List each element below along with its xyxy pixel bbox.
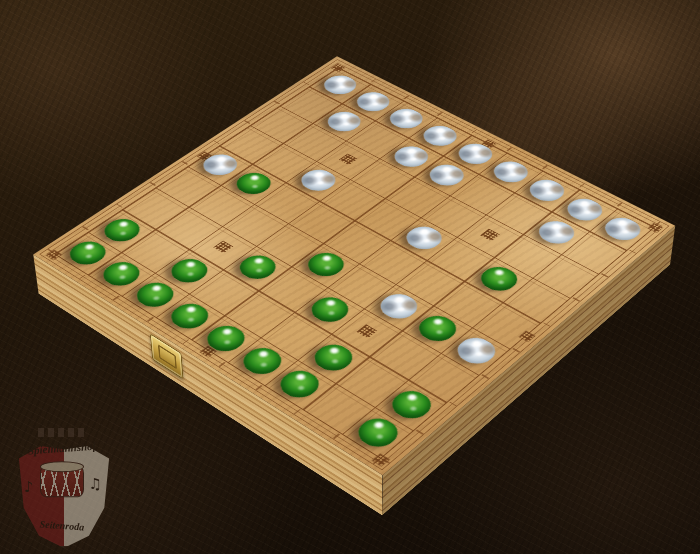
stone-clear[interactable] <box>383 105 429 132</box>
stone-clear[interactable] <box>373 289 424 323</box>
music-note-icon: ♫ <box>89 475 102 493</box>
stone-clear[interactable] <box>487 157 534 186</box>
stone-clear[interactable] <box>523 176 571 206</box>
stone-clear[interactable] <box>560 194 608 225</box>
stone-green[interactable] <box>232 251 282 284</box>
music-note-icon: ♪ <box>24 478 34 496</box>
stone-clear[interactable] <box>350 88 395 115</box>
engraved-motif <box>357 324 378 338</box>
stone-green[interactable] <box>473 262 523 295</box>
stone-green[interactable] <box>230 168 278 198</box>
stone-clear[interactable] <box>318 72 363 98</box>
stone-clear[interactable] <box>388 142 435 171</box>
stone-green[interactable] <box>307 339 360 375</box>
stone-clear[interactable] <box>423 160 470 189</box>
photo-scene: Spielmannshof ♪ ♫ Seitenroda <box>0 0 700 554</box>
stone-green[interactable] <box>301 248 351 281</box>
stone-clear[interactable] <box>532 216 581 247</box>
drum-icon <box>40 465 84 497</box>
stone-green[interactable] <box>98 214 147 245</box>
stone-clear[interactable] <box>399 222 448 254</box>
stone-clear[interactable] <box>321 108 367 135</box>
stone-clear[interactable] <box>294 166 342 196</box>
castle-icon <box>38 428 86 437</box>
maker-logo: Spielmannshof ♪ ♫ Seitenroda <box>16 428 108 546</box>
stone-green[interactable] <box>164 254 215 287</box>
engraved-motif <box>339 153 358 165</box>
